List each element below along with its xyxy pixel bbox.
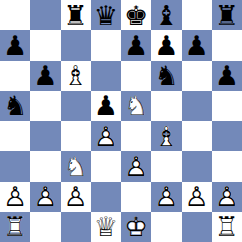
square-b3[interactable] [30, 151, 60, 181]
piece-outline: ♙ [124, 153, 148, 180]
black-pawn-piece: ♟ [212, 61, 242, 91]
square-h2[interactable]: ♟♙ [212, 182, 242, 212]
square-c2[interactable]: ♟♙ [61, 182, 91, 212]
square-c6[interactable]: ♝♗ [61, 61, 91, 91]
square-a4[interactable] [0, 121, 30, 151]
square-a7[interactable]: ♟ [0, 30, 30, 60]
white-pawn-piece: ♟♙ [30, 182, 60, 212]
white-pawn-piece: ♟♙ [61, 182, 91, 212]
square-b1[interactable] [30, 212, 60, 242]
square-f3[interactable] [151, 151, 181, 181]
square-d6[interactable] [91, 61, 121, 91]
white-queen-piece: ♛♕ [91, 212, 121, 242]
piece-outline: ♘ [124, 92, 148, 119]
black-king-piece: ♚ [121, 0, 151, 30]
black-queen-piece: ♛ [91, 0, 121, 30]
square-f7[interactable]: ♟ [151, 30, 181, 60]
piece-outline: ♙ [215, 183, 239, 210]
square-g1[interactable] [182, 212, 212, 242]
square-d2[interactable] [91, 182, 121, 212]
piece-outline: ♙ [94, 123, 118, 150]
white-knight-piece: ♞♘ [61, 151, 91, 181]
square-a6[interactable] [0, 61, 30, 91]
white-pawn-piece: ♟♙ [212, 182, 242, 212]
square-d4[interactable]: ♟♙ [91, 121, 121, 151]
square-a3[interactable] [0, 151, 30, 181]
piece-outline: ♗ [154, 123, 178, 150]
square-b8[interactable] [30, 0, 60, 30]
piece-outline: ♙ [33, 183, 57, 210]
square-a2[interactable]: ♟♙ [0, 182, 30, 212]
square-b4[interactable] [30, 121, 60, 151]
square-e5[interactable]: ♞♘ [121, 91, 151, 121]
square-g3[interactable] [182, 151, 212, 181]
black-pawn-piece: ♟ [30, 61, 60, 91]
square-g8[interactable] [182, 0, 212, 30]
square-f1[interactable] [151, 212, 181, 242]
square-g5[interactable] [182, 91, 212, 121]
black-pawn-piece: ♟ [91, 91, 121, 121]
chess-board: ♜♛♚♝♜♟♟♟♟♟♝♗♞♟♞♟♞♘♟♙♝♗♞♘♟♙♟♙♟♙♟♙♟♙♟♙♟♙♜♖… [0, 0, 242, 242]
square-f4[interactable]: ♝♗ [151, 121, 181, 151]
white-pawn-piece: ♟♙ [121, 151, 151, 181]
square-f8[interactable]: ♝ [151, 0, 181, 30]
piece-outline: ♔ [124, 213, 148, 240]
white-king-piece: ♚♔ [121, 212, 151, 242]
white-pawn-piece: ♟♙ [182, 182, 212, 212]
piece-outline: ♙ [185, 183, 209, 210]
square-e4[interactable] [121, 121, 151, 151]
white-bishop-piece: ♝♗ [151, 121, 181, 151]
piece-outline: ♖ [215, 213, 239, 240]
square-c5[interactable] [61, 91, 91, 121]
square-d3[interactable] [91, 151, 121, 181]
white-rook-piece: ♜♖ [0, 212, 30, 242]
square-d1[interactable]: ♛♕ [91, 212, 121, 242]
square-c4[interactable] [61, 121, 91, 151]
piece-outline: ♙ [64, 183, 88, 210]
square-h1[interactable]: ♜♖ [212, 212, 242, 242]
square-g2[interactable]: ♟♙ [182, 182, 212, 212]
black-pawn-piece: ♟ [151, 30, 181, 60]
black-pawn-piece: ♟ [121, 30, 151, 60]
black-rook-piece: ♜ [61, 0, 91, 30]
square-d7[interactable] [91, 30, 121, 60]
piece-outline: ♙ [154, 183, 178, 210]
square-a5[interactable]: ♞ [0, 91, 30, 121]
square-b2[interactable]: ♟♙ [30, 182, 60, 212]
square-c7[interactable] [61, 30, 91, 60]
black-knight-piece: ♞ [151, 61, 181, 91]
square-e8[interactable]: ♚ [121, 0, 151, 30]
square-c8[interactable]: ♜ [61, 0, 91, 30]
square-h7[interactable] [212, 30, 242, 60]
square-d8[interactable]: ♛ [91, 0, 121, 30]
piece-outline: ♗ [64, 62, 88, 89]
square-f5[interactable] [151, 91, 181, 121]
white-knight-piece: ♞♘ [121, 91, 151, 121]
square-h4[interactable] [212, 121, 242, 151]
square-f6[interactable]: ♞ [151, 61, 181, 91]
square-b7[interactable] [30, 30, 60, 60]
chess-board-container: ♜♛♚♝♜♟♟♟♟♟♝♗♞♟♞♟♞♘♟♙♝♗♞♘♟♙♟♙♟♙♟♙♟♙♟♙♟♙♜♖… [0, 0, 242, 242]
black-pawn-piece: ♟ [0, 30, 30, 60]
square-c1[interactable] [61, 212, 91, 242]
piece-outline: ♙ [3, 183, 27, 210]
square-h8[interactable]: ♜ [212, 0, 242, 30]
square-b6[interactable]: ♟ [30, 61, 60, 91]
square-g6[interactable] [182, 61, 212, 91]
square-e1[interactable]: ♚♔ [121, 212, 151, 242]
black-rook-piece: ♜ [212, 0, 242, 30]
black-bishop-piece: ♝ [151, 0, 181, 30]
square-g4[interactable] [182, 121, 212, 151]
square-e7[interactable]: ♟ [121, 30, 151, 60]
square-a1[interactable]: ♜♖ [0, 212, 30, 242]
square-d5[interactable]: ♟ [91, 91, 121, 121]
square-h6[interactable]: ♟ [212, 61, 242, 91]
square-h5[interactable] [212, 91, 242, 121]
square-f2[interactable]: ♟♙ [151, 182, 181, 212]
square-h3[interactable] [212, 151, 242, 181]
white-pawn-piece: ♟♙ [91, 121, 121, 151]
black-knight-piece: ♞ [0, 91, 30, 121]
square-e3[interactable]: ♟♙ [121, 151, 151, 181]
square-e6[interactable] [121, 61, 151, 91]
white-pawn-piece: ♟♙ [151, 182, 181, 212]
white-rook-piece: ♜♖ [212, 212, 242, 242]
piece-outline: ♘ [64, 153, 88, 180]
square-b5[interactable] [30, 91, 60, 121]
black-pawn-piece: ♟ [182, 30, 212, 60]
square-g7[interactable]: ♟ [182, 30, 212, 60]
square-e2[interactable] [121, 182, 151, 212]
square-a8[interactable] [0, 0, 30, 30]
white-bishop-piece: ♝♗ [61, 61, 91, 91]
white-pawn-piece: ♟♙ [0, 182, 30, 212]
piece-outline: ♕ [94, 213, 118, 240]
square-c3[interactable]: ♞♘ [61, 151, 91, 181]
piece-outline: ♖ [3, 213, 27, 240]
